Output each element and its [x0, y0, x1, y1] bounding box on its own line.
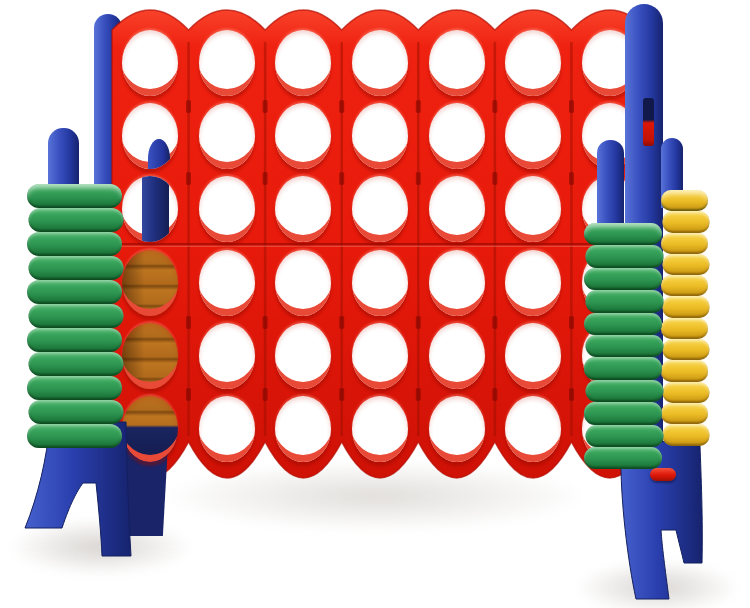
- hole-r4c6: [505, 250, 561, 316]
- cell-r6c4[interactable]: [342, 393, 419, 466]
- cell-r2c5[interactable]: [418, 99, 495, 172]
- hole-r4c2: [199, 250, 255, 316]
- right-leg-floor-shadow: [575, 560, 740, 608]
- cell-r5c4[interactable]: [342, 319, 419, 392]
- green-disc[interactable]: [586, 425, 664, 447]
- yellow-disc[interactable]: [661, 190, 708, 211]
- cell-r5c3[interactable]: [265, 319, 342, 392]
- hole-r2c4: [352, 103, 408, 169]
- cell-r1c3[interactable]: [265, 26, 342, 99]
- green-disc[interactable]: [29, 400, 124, 424]
- hole-r3c1: [122, 176, 178, 242]
- cell-r6c3[interactable]: [265, 393, 342, 466]
- green-disc[interactable]: [29, 256, 124, 280]
- hole-r5c1: [122, 323, 178, 389]
- hole-r5c6: [505, 323, 561, 389]
- board-floor-shadow: [160, 460, 590, 532]
- cell-r2c2[interactable]: [189, 99, 266, 172]
- green-disc[interactable]: [584, 313, 662, 335]
- green-disc[interactable]: [27, 184, 122, 208]
- cell-r1c5[interactable]: [418, 26, 495, 99]
- hole-r1c6: [505, 30, 561, 96]
- hole-r3c2: [199, 176, 255, 242]
- hole-r5c4: [352, 323, 408, 389]
- cell-r3c3[interactable]: [265, 173, 342, 246]
- yellow-disc[interactable]: [661, 275, 708, 296]
- hole-r6c6: [505, 396, 561, 462]
- cell-r6c2[interactable]: [189, 393, 266, 466]
- green-disc[interactable]: [29, 352, 124, 376]
- hole-r3c6: [505, 176, 561, 242]
- hole-r2c6: [505, 103, 561, 169]
- hole-r1c3: [275, 30, 331, 96]
- board-grid: [112, 26, 648, 466]
- disc-release-slider[interactable]: [650, 468, 676, 481]
- green-disc[interactable]: [27, 376, 122, 400]
- hole-r6c4: [352, 396, 408, 462]
- green-disc[interactable]: [27, 280, 122, 304]
- hole-r2c5: [429, 103, 485, 169]
- yellow-disc[interactable]: [663, 211, 710, 232]
- green-disc[interactable]: [584, 447, 662, 469]
- yellow-disc[interactable]: [663, 382, 710, 403]
- hole-r6c5: [429, 396, 485, 462]
- hole-r5c5: [429, 323, 485, 389]
- green-disc[interactable]: [29, 208, 124, 232]
- green-disc[interactable]: [586, 380, 664, 402]
- green-disc[interactable]: [27, 328, 122, 352]
- green-disc[interactable]: [586, 290, 664, 312]
- hole-r2c3: [275, 103, 331, 169]
- hole-r2c2: [199, 103, 255, 169]
- cell-r4c3[interactable]: [265, 246, 342, 319]
- green-disc[interactable]: [586, 245, 664, 267]
- cell-r4c2[interactable]: [189, 246, 266, 319]
- cell-r2c3[interactable]: [265, 99, 342, 172]
- cell-r1c1[interactable]: [112, 26, 189, 99]
- hole-r4c4: [352, 250, 408, 316]
- cell-r5c2[interactable]: [189, 319, 266, 392]
- right-yellow-disc-stack: [661, 190, 708, 446]
- left-green-disc-stack: [27, 184, 122, 448]
- hole-r3c3: [275, 176, 331, 242]
- cell-r2c6[interactable]: [495, 99, 572, 172]
- hole-r2c1: [122, 103, 178, 169]
- cell-r2c1[interactable]: [112, 99, 189, 172]
- cell-r5c5[interactable]: [418, 319, 495, 392]
- hole-r4c1: [122, 250, 178, 316]
- cell-r4c5[interactable]: [418, 246, 495, 319]
- hole-r3c5: [429, 176, 485, 242]
- hole-r6c1: [122, 396, 178, 462]
- cell-r1c2[interactable]: [189, 26, 266, 99]
- cell-r3c4[interactable]: [342, 173, 419, 246]
- green-disc[interactable]: [584, 223, 662, 245]
- hole-r5c3: [275, 323, 331, 389]
- cell-r3c5[interactable]: [418, 173, 495, 246]
- cell-r3c2[interactable]: [189, 173, 266, 246]
- hole-r1c5: [429, 30, 485, 96]
- hole-r6c3: [275, 396, 331, 462]
- green-disc[interactable]: [27, 424, 122, 448]
- hole-r3c4: [352, 176, 408, 242]
- green-disc[interactable]: [584, 402, 662, 424]
- yellow-disc[interactable]: [661, 403, 708, 424]
- yellow-disc[interactable]: [661, 360, 708, 381]
- hole-r1c1: [122, 30, 178, 96]
- cell-r1c6[interactable]: [495, 26, 572, 99]
- hole-r4c5: [429, 250, 485, 316]
- green-disc[interactable]: [586, 335, 664, 357]
- cell-r4c6[interactable]: [495, 246, 572, 319]
- rear-post-tip-through-hole: [148, 139, 170, 169]
- cell-r2c4[interactable]: [342, 99, 419, 172]
- cell-r6c1[interactable]: [112, 393, 189, 466]
- green-disc[interactable]: [27, 232, 122, 256]
- cell-r4c4[interactable]: [342, 246, 419, 319]
- right-green-disc-stack: [584, 223, 662, 469]
- yellow-disc[interactable]: [661, 318, 708, 339]
- yellow-disc[interactable]: [663, 296, 710, 317]
- cell-r6c5[interactable]: [418, 393, 495, 466]
- hole-r5c2: [199, 323, 255, 389]
- green-disc[interactable]: [29, 304, 124, 328]
- lock-latch[interactable]: [643, 98, 654, 146]
- rear-post-through-hole: [142, 176, 169, 242]
- hole-r1c2: [199, 30, 255, 96]
- left-leg-floor-shadow: [8, 518, 193, 576]
- cell-r6c6[interactable]: [495, 393, 572, 466]
- hole-r1c4: [352, 30, 408, 96]
- cell-r5c6[interactable]: [495, 319, 572, 392]
- hole-r4c3: [275, 250, 331, 316]
- yellow-disc[interactable]: [663, 254, 710, 275]
- cell-r3c6[interactable]: [495, 173, 572, 246]
- green-disc[interactable]: [584, 357, 662, 379]
- yellow-disc[interactable]: [663, 339, 710, 360]
- yellow-disc[interactable]: [663, 424, 710, 445]
- cell-r3c1[interactable]: [112, 173, 189, 246]
- yellow-disc[interactable]: [661, 233, 708, 254]
- cell-r4c1[interactable]: [112, 246, 189, 319]
- giant-connect-four-scene: [0, 0, 750, 608]
- cell-r5c1[interactable]: [112, 319, 189, 392]
- hole-r6c2: [199, 396, 255, 462]
- cell-r1c4[interactable]: [342, 26, 419, 99]
- green-disc[interactable]: [584, 268, 662, 290]
